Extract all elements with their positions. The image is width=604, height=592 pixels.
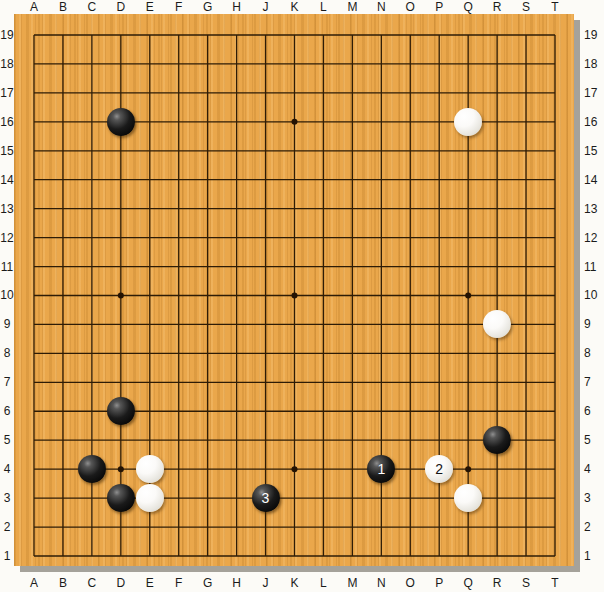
stone-black-D3 bbox=[107, 484, 135, 512]
row-label: 2 bbox=[0, 521, 14, 533]
row-label: 3 bbox=[0, 492, 14, 504]
column-label: T bbox=[551, 0, 558, 14]
row-label: 19 bbox=[581, 29, 604, 41]
column-label: E bbox=[146, 574, 154, 592]
row-label: 5 bbox=[581, 434, 604, 446]
stone-black-D16 bbox=[107, 108, 135, 136]
go-board-diagram: ABCDEFGHJKLMNOPQRST ABCDEFGHJKLMNOPQRST … bbox=[0, 0, 604, 592]
column-label: B bbox=[59, 0, 67, 14]
column-labels-top: ABCDEFGHJKLMNOPQRST bbox=[0, 0, 604, 14]
row-label: 16 bbox=[0, 116, 14, 128]
column-label: F bbox=[175, 0, 182, 14]
column-label: S bbox=[522, 574, 530, 592]
row-label: 14 bbox=[581, 174, 604, 186]
column-label: P bbox=[435, 574, 443, 592]
stone-black-N4: 1 bbox=[367, 455, 395, 483]
row-labels-left: 19181716151413121110987654321 bbox=[0, 0, 14, 592]
column-label: J bbox=[263, 0, 269, 14]
column-label: M bbox=[347, 574, 357, 592]
column-label: S bbox=[522, 0, 530, 14]
row-label: 11 bbox=[0, 261, 14, 273]
column-label: H bbox=[232, 0, 241, 14]
stone-white-R9 bbox=[483, 310, 511, 338]
column-label: L bbox=[320, 0, 327, 14]
column-label: Q bbox=[463, 574, 472, 592]
column-labels-bottom: ABCDEFGHJKLMNOPQRST bbox=[0, 574, 604, 592]
column-label: F bbox=[175, 574, 182, 592]
column-label: N bbox=[377, 574, 386, 592]
row-label: 7 bbox=[0, 376, 14, 388]
row-label: 3 bbox=[581, 492, 604, 504]
column-label: G bbox=[203, 0, 212, 14]
stone-white-Q3 bbox=[454, 484, 482, 512]
row-label: 8 bbox=[581, 347, 604, 359]
row-label: 10 bbox=[0, 289, 14, 301]
move-number: 3 bbox=[262, 491, 270, 505]
row-label: 13 bbox=[581, 203, 604, 215]
stone-white-P4: 2 bbox=[425, 455, 453, 483]
row-label: 15 bbox=[581, 145, 604, 157]
column-label: Q bbox=[463, 0, 472, 14]
row-label: 16 bbox=[581, 116, 604, 128]
move-number: 1 bbox=[377, 462, 385, 476]
row-label: 1 bbox=[0, 550, 14, 562]
goban[interactable]: 132 bbox=[14, 14, 574, 566]
column-label: R bbox=[493, 574, 502, 592]
row-label: 12 bbox=[0, 232, 14, 244]
row-label: 7 bbox=[581, 376, 604, 388]
column-label: D bbox=[116, 574, 125, 592]
stone-white-E3 bbox=[136, 484, 164, 512]
stone-white-E4 bbox=[136, 455, 164, 483]
column-label: P bbox=[435, 0, 443, 14]
row-label: 9 bbox=[581, 318, 604, 330]
row-label: 9 bbox=[0, 318, 14, 330]
row-label: 18 bbox=[581, 58, 604, 70]
row-label: 13 bbox=[0, 203, 14, 215]
row-label: 8 bbox=[0, 347, 14, 359]
row-label: 18 bbox=[0, 58, 14, 70]
column-label: E bbox=[146, 0, 154, 14]
row-label: 4 bbox=[581, 463, 604, 475]
stone-white-Q16 bbox=[454, 108, 482, 136]
column-label: N bbox=[377, 0, 386, 14]
row-labels-right: 19181716151413121110987654321 bbox=[581, 0, 604, 592]
stone-black-D6 bbox=[107, 397, 135, 425]
column-label: C bbox=[88, 0, 97, 14]
column-label: H bbox=[232, 574, 241, 592]
row-label: 14 bbox=[0, 174, 14, 186]
column-label: G bbox=[203, 574, 212, 592]
column-label: J bbox=[263, 574, 269, 592]
row-label: 17 bbox=[0, 87, 14, 99]
row-label: 11 bbox=[581, 261, 604, 273]
row-label: 4 bbox=[0, 463, 14, 475]
row-label: 15 bbox=[0, 145, 14, 157]
row-label: 6 bbox=[581, 405, 604, 417]
column-label: C bbox=[88, 574, 97, 592]
row-label: 19 bbox=[0, 29, 14, 41]
row-label: 10 bbox=[581, 289, 604, 301]
column-label: R bbox=[493, 0, 502, 14]
column-label: A bbox=[30, 574, 38, 592]
column-label: O bbox=[406, 574, 415, 592]
column-label: K bbox=[290, 0, 298, 14]
row-label: 12 bbox=[581, 232, 604, 244]
row-label: 6 bbox=[0, 405, 14, 417]
column-label: K bbox=[290, 574, 298, 592]
column-label: M bbox=[347, 0, 357, 14]
column-label: B bbox=[59, 574, 67, 592]
row-label: 17 bbox=[581, 87, 604, 99]
column-label: T bbox=[551, 574, 558, 592]
stones-layer: 132 bbox=[20, 21, 570, 571]
column-label: D bbox=[116, 0, 125, 14]
row-label: 2 bbox=[581, 521, 604, 533]
row-label: 5 bbox=[0, 434, 14, 446]
column-label: O bbox=[406, 0, 415, 14]
column-label: A bbox=[30, 0, 38, 14]
stone-black-C4 bbox=[78, 455, 106, 483]
move-number: 2 bbox=[435, 462, 443, 476]
column-label: L bbox=[320, 574, 327, 592]
row-label: 1 bbox=[581, 550, 604, 562]
stone-black-J3: 3 bbox=[252, 484, 280, 512]
stone-black-R5 bbox=[483, 426, 511, 454]
